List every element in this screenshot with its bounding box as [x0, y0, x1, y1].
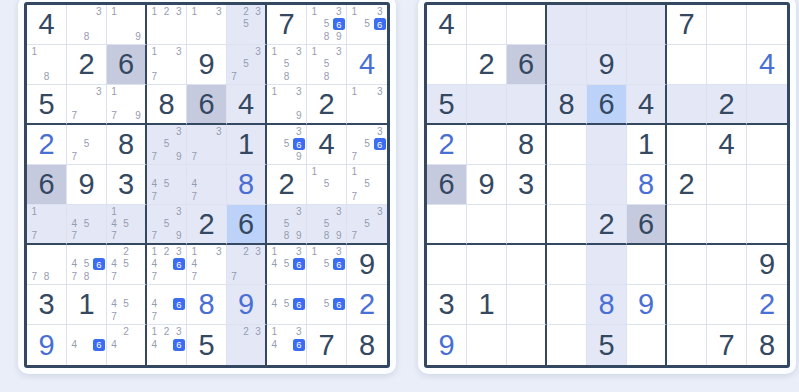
note-slot-empty — [293, 58, 305, 70]
cell-r9c7[interactable] — [667, 325, 707, 365]
user-digit: 9 — [438, 331, 454, 360]
cell-r2c2[interactable]: 2 — [467, 45, 507, 85]
note-slot-empty — [308, 178, 320, 190]
cell-r1c1[interactable]: 4 — [427, 5, 467, 45]
cell-r6c1[interactable] — [427, 205, 467, 245]
note-slot-empty — [160, 191, 172, 203]
note-slot-empty — [80, 230, 92, 242]
cell-r8c6[interactable]: 9 — [627, 285, 667, 325]
cell-r4c6[interactable]: 1 — [627, 125, 667, 165]
cell-r6c4[interactable]: 3579 — [147, 205, 187, 245]
pencil-notes: 15 — [308, 166, 345, 203]
cell-r1c3[interactable] — [507, 5, 547, 45]
note-slot-empty — [160, 18, 172, 30]
note-9: 9 — [293, 110, 305, 122]
cell-r4c3[interactable]: 8 — [107, 125, 147, 165]
note-slot-empty — [160, 258, 172, 270]
cell-r5c3[interactable]: 3 — [507, 165, 547, 205]
cell-r7c6[interactable]: 237 — [227, 245, 267, 285]
cell-r3c5[interactable]: 6 — [587, 85, 627, 125]
note-slot-empty — [213, 258, 225, 270]
cell-r1c6[interactable]: 235 — [227, 5, 267, 45]
cell-r7c7[interactable]: 13456 — [267, 245, 307, 285]
note-slot-empty — [200, 258, 212, 270]
note-slot-empty — [132, 98, 144, 110]
cell-r8c2[interactable]: 1 — [467, 285, 507, 325]
cell-r2c9[interactable]: 4 — [747, 45, 787, 85]
cell-r6c4[interactable] — [547, 205, 587, 245]
note-slot-empty — [132, 86, 144, 98]
cell-r2c4[interactable] — [547, 45, 587, 85]
note-slot-empty — [173, 191, 185, 203]
cell-r4c9[interactable] — [747, 125, 787, 165]
note-5: 5 — [320, 298, 332, 310]
cell-r6c2[interactable] — [467, 205, 507, 245]
cell-r2c1[interactable] — [427, 45, 467, 85]
note-1: 1 — [348, 86, 361, 98]
note-slot-empty — [68, 326, 80, 339]
note-2: 2 — [160, 326, 172, 339]
note-slot-empty — [228, 6, 240, 18]
cell-r3c1[interactable]: 5 — [427, 85, 467, 125]
cell-r5c3[interactable]: 3 — [107, 165, 147, 205]
cell-r6c5[interactable]: 2 — [587, 205, 627, 245]
note-3: 3 — [373, 86, 386, 98]
cell-r3c3[interactable] — [507, 85, 547, 125]
cell-r6c8[interactable]: 3589 — [307, 205, 347, 245]
cell-r9c6[interactable] — [627, 325, 667, 365]
cell-r1c2[interactable] — [467, 5, 507, 45]
cell-r4c5[interactable]: 37 — [187, 125, 227, 165]
pencil-notes: 235 — [228, 6, 264, 43]
cell-r5c2[interactable]: 9 — [467, 165, 507, 205]
note-slot-empty — [293, 351, 305, 364]
given-digit: 5 — [38, 90, 54, 119]
cell-r5c7[interactable]: 2 — [267, 165, 307, 205]
cell-r7c5[interactable]: 1347 — [187, 245, 227, 285]
note-slot-empty — [240, 31, 252, 43]
given-digit: 2 — [678, 170, 694, 199]
note-slot-empty — [120, 98, 132, 110]
cell-r5c4[interactable] — [547, 165, 587, 205]
note-4: 4 — [148, 258, 160, 270]
given-digit: 2 — [318, 90, 334, 119]
cell-r9c1[interactable]: 9 — [427, 325, 467, 365]
cell-r5c7[interactable]: 2 — [667, 165, 707, 205]
cell-r5c1[interactable]: 6 — [27, 165, 67, 205]
note-slot-empty — [93, 271, 105, 283]
cell-r3c8[interactable]: 2 — [307, 85, 347, 125]
note-3: 3 — [173, 126, 185, 138]
note-8: 8 — [80, 31, 92, 43]
cell-r8c5[interactable]: 8 — [587, 285, 627, 325]
note-slot-empty — [293, 218, 305, 230]
cell-r6c9[interactable]: 357 — [347, 205, 387, 245]
note-slot-empty — [280, 286, 292, 298]
cell-r7c1[interactable]: 78 — [27, 245, 67, 285]
cell-r3c2[interactable]: 37 — [67, 85, 107, 125]
cell-r3c6[interactable]: 4 — [627, 85, 667, 125]
given-digit: 5 — [438, 90, 454, 119]
cell-r4c8[interactable]: 4 — [307, 125, 347, 165]
cell-r8c2[interactable]: 1 — [67, 285, 107, 325]
pencil-notes: 17 — [28, 206, 65, 242]
cell-r9c5[interactable]: 5 — [187, 325, 227, 365]
cell-r6c6[interactable]: 6 — [627, 205, 667, 245]
note-slot-empty — [120, 110, 132, 122]
cell-r1c6[interactable] — [627, 5, 667, 45]
cell-r2c8[interactable]: 1358 — [307, 45, 347, 85]
note-slot-empty — [333, 218, 345, 230]
cell-r3c9[interactable] — [747, 85, 787, 125]
note-9: 9 — [132, 31, 144, 43]
note-slot-empty — [93, 351, 105, 364]
cell-r7c9[interactable]: 9 — [747, 245, 787, 285]
note-7: 7 — [148, 151, 160, 163]
note-1: 1 — [108, 206, 120, 218]
cell-r1c8[interactable]: 135689 — [307, 5, 347, 45]
note-slot-empty — [308, 218, 320, 230]
cell-r2c5[interactable]: 9 — [187, 45, 227, 85]
note-slot-empty — [148, 138, 160, 150]
note-5: 5 — [160, 178, 172, 190]
given-digit: 9 — [478, 170, 494, 199]
note-slot-empty — [53, 218, 65, 230]
cell-r6c5[interactable]: 2 — [187, 205, 227, 245]
note-slot-empty — [93, 326, 105, 339]
cell-r9c2[interactable] — [467, 325, 507, 365]
cell-r1c8[interactable] — [707, 5, 747, 45]
cell-r9c9[interactable]: 8 — [347, 325, 387, 365]
cell-r9c3[interactable]: 24 — [107, 325, 147, 365]
given-digit: 9 — [359, 250, 375, 279]
cell-r5c5[interactable]: 47 — [187, 165, 227, 205]
cell-r3c5[interactable]: 6 — [187, 85, 227, 125]
note-5: 5 — [361, 178, 374, 190]
cell-r2c4[interactable]: 137 — [147, 45, 187, 85]
note-slot-empty — [40, 58, 52, 70]
note-5: 5 — [320, 178, 332, 190]
cell-r4c7[interactable]: 3569 — [267, 125, 307, 165]
cell-r9c3[interactable] — [507, 325, 547, 365]
cell-r4c3[interactable]: 8 — [507, 125, 547, 165]
cell-r3c1[interactable]: 5 — [27, 85, 67, 125]
note-7: 7 — [148, 311, 160, 323]
note-slot-empty — [228, 31, 240, 43]
cell-r8c9[interactable]: 2 — [347, 285, 387, 325]
note-slot-empty — [188, 166, 200, 178]
note-slot-empty — [173, 71, 185, 83]
cell-r6c3[interactable] — [507, 205, 547, 245]
note-3: 3 — [333, 206, 345, 218]
note-slot-empty — [228, 326, 240, 339]
pencil-notes: 1346 — [268, 326, 305, 364]
cell-r3c7[interactable] — [667, 85, 707, 125]
note-1: 1 — [308, 166, 320, 178]
note-slot-empty — [268, 98, 280, 110]
given-digit: 2 — [198, 210, 214, 239]
note-1: 1 — [148, 246, 160, 258]
cell-r4c1[interactable]: 2 — [27, 125, 67, 165]
note-slot-empty — [361, 191, 374, 203]
pencil-notes: 123 — [148, 6, 185, 43]
note-5: 5 — [240, 58, 252, 70]
cell-r6c6[interactable]: 6 — [227, 205, 267, 245]
note-slot-empty — [93, 138, 105, 150]
note-slot-empty — [120, 206, 132, 218]
note-3: 3 — [213, 126, 225, 138]
given-digit: 6 — [438, 170, 454, 199]
note-5: 5 — [120, 298, 132, 310]
cell-r2c6[interactable]: 357 — [227, 45, 267, 85]
note-slot-empty — [148, 58, 160, 70]
cell-r9c7[interactable]: 1346 — [267, 325, 307, 365]
note-slot-empty — [361, 151, 374, 163]
cell-r7c7[interactable] — [667, 245, 707, 285]
cell-r2c1[interactable]: 18 — [27, 45, 67, 85]
cell-r5c5[interactable] — [587, 165, 627, 205]
cell-r7c2[interactable]: 45678 — [67, 245, 107, 285]
note-slot-empty — [173, 31, 185, 43]
note-slot-empty — [132, 206, 144, 218]
cell-r7c4[interactable]: 123467 — [147, 245, 187, 285]
given-digit: 6 — [518, 50, 534, 79]
note-slot-empty — [120, 6, 132, 18]
note-1: 1 — [148, 46, 160, 58]
cell-r7c8[interactable]: 1356 — [307, 245, 347, 285]
note-slot-empty — [148, 351, 160, 364]
cell-r1c1[interactable]: 4 — [27, 5, 67, 45]
cell-r1c9[interactable]: 1356 — [347, 5, 387, 45]
cell-r5c8[interactable] — [707, 165, 747, 205]
note-slot-empty — [252, 18, 264, 30]
note-slot-empty — [280, 311, 292, 323]
cell-r3c2[interactable] — [467, 85, 507, 125]
cell-r7c8[interactable] — [707, 245, 747, 285]
note-slot-empty — [132, 18, 144, 30]
cell-r9c4[interactable] — [547, 325, 587, 365]
cell-r1c7[interactable]: 7 — [667, 5, 707, 45]
cell-r1c4[interactable] — [547, 5, 587, 45]
cell-r5c9[interactable] — [747, 165, 787, 205]
note-9: 9 — [293, 230, 305, 242]
note-4: 4 — [268, 339, 280, 352]
given-digit: 5 — [198, 331, 214, 360]
cell-r8c3[interactable] — [507, 285, 547, 325]
note-slot-empty — [80, 206, 92, 218]
cell-r2c3[interactable]: 6 — [107, 45, 147, 85]
given-digit: 3 — [118, 170, 134, 199]
given-digit: 2 — [78, 50, 94, 79]
cell-r2c2[interactable]: 2 — [67, 45, 107, 85]
cell-r8c4[interactable] — [547, 285, 587, 325]
note-slot-empty — [68, 86, 80, 98]
note-8: 8 — [40, 271, 52, 283]
given-digit: 8 — [359, 331, 375, 360]
cell-r8c5[interactable]: 8 — [187, 285, 227, 325]
note-slot-empty — [53, 58, 65, 70]
cell-r5c2[interactable]: 9 — [67, 165, 107, 205]
cell-r3c4[interactable]: 8 — [547, 85, 587, 125]
cell-r9c8[interactable]: 7 — [307, 325, 347, 365]
cell-r6c8[interactable] — [707, 205, 747, 245]
cell-r3c9[interactable]: 13 — [347, 85, 387, 125]
cell-r9c2[interactable]: 46 — [67, 325, 107, 365]
cell-r2c3[interactable]: 6 — [507, 45, 547, 85]
cell-r4c9[interactable]: 3567 — [347, 125, 387, 165]
cell-r4c1[interactable]: 2 — [427, 125, 467, 165]
note-slot-empty — [93, 218, 105, 230]
cell-r3c3[interactable]: 179 — [107, 85, 147, 125]
cell-r6c3[interactable]: 1457 — [107, 205, 147, 245]
cell-r3c4[interactable]: 8 — [147, 85, 187, 125]
note-slot-empty — [148, 218, 160, 230]
cell-r3c8[interactable]: 2 — [707, 85, 747, 125]
note-slot-empty — [348, 138, 361, 150]
note-1: 1 — [148, 326, 160, 339]
note-slot-empty — [348, 218, 361, 230]
cell-r6c7[interactable] — [667, 205, 707, 245]
cell-r3c7[interactable]: 139 — [267, 85, 307, 125]
pencil-notes: 3589 — [308, 206, 345, 242]
cell-r8c8[interactable]: 56 — [307, 285, 347, 325]
given-digit: 1 — [478, 290, 494, 319]
note-5: 5 — [80, 138, 92, 150]
cell-r7c3[interactable]: 2457 — [107, 245, 147, 285]
cell-r5c1[interactable]: 6 — [427, 165, 467, 205]
pencil-notes: 457 — [148, 166, 185, 203]
user-digit: 9 — [638, 290, 654, 319]
pencil-notes: 3589 — [268, 206, 305, 242]
cell-r8c4[interactable]: 467 — [147, 285, 187, 325]
cell-r6c2[interactable]: 457 — [67, 205, 107, 245]
note-5: 5 — [361, 18, 374, 30]
note-slot-empty — [373, 31, 386, 43]
pencil-notes: 3579 — [148, 126, 185, 163]
cell-r9c4[interactable]: 12346 — [147, 325, 187, 365]
note-1: 1 — [188, 246, 200, 258]
cell-r1c9[interactable] — [747, 5, 787, 45]
note-3: 3 — [93, 86, 105, 98]
cell-r2c8[interactable] — [707, 45, 747, 85]
cell-r1c5[interactable]: 13 — [187, 5, 227, 45]
cell-r8c7[interactable]: 456 — [267, 285, 307, 325]
note-1: 1 — [108, 86, 120, 98]
cell-r6c9[interactable] — [747, 205, 787, 245]
note-slot-empty — [333, 191, 345, 203]
note-slot-empty — [333, 58, 345, 70]
cell-r2c6[interactable] — [627, 45, 667, 85]
cell-r8c1[interactable]: 3 — [427, 285, 467, 325]
cell-r4c4[interactable]: 3579 — [147, 125, 187, 165]
cell-r8c1[interactable]: 3 — [27, 285, 67, 325]
note-4: 4 — [268, 298, 280, 310]
cell-r8c9[interactable]: 2 — [747, 285, 787, 325]
note-8: 8 — [280, 71, 292, 83]
note-slot-empty — [373, 98, 386, 110]
cell-r7c6[interactable] — [627, 245, 667, 285]
note-slot-empty — [40, 46, 52, 58]
cell-r7c1[interactable] — [427, 245, 467, 285]
note-slot-empty — [308, 31, 320, 43]
note-slot-empty — [28, 246, 40, 258]
cell-r6c7[interactable]: 3589 — [267, 205, 307, 245]
cell-r5c9[interactable]: 157 — [347, 165, 387, 205]
cell-r6c1[interactable]: 17 — [27, 205, 67, 245]
cell-r7c4[interactable] — [547, 245, 587, 285]
cell-r3c6[interactable]: 4 — [227, 85, 267, 125]
cell-r5c4[interactable]: 457 — [147, 165, 187, 205]
pencil-notes: 78 — [28, 246, 65, 283]
note-4: 4 — [108, 258, 120, 270]
cell-r1c3[interactable]: 19 — [107, 5, 147, 45]
note-slot-empty — [173, 218, 185, 230]
cell-r7c2[interactable] — [467, 245, 507, 285]
cell-r4c6[interactable]: 1 — [227, 125, 267, 165]
cell-r1c2[interactable]: 38 — [67, 5, 107, 45]
cell-r9c1[interactable]: 9 — [27, 325, 67, 365]
cell-r4c2[interactable]: 57 — [67, 125, 107, 165]
cell-r7c3[interactable] — [507, 245, 547, 285]
cell-r2c7[interactable] — [667, 45, 707, 85]
cell-r1c5[interactable] — [587, 5, 627, 45]
cell-r2c9[interactable]: 4 — [347, 45, 387, 85]
note-4: 4 — [148, 339, 160, 352]
user-digit: 8 — [198, 290, 214, 319]
note-slot-empty — [308, 230, 320, 242]
note-slot-empty — [200, 166, 212, 178]
cell-r1c4[interactable]: 123 — [147, 5, 187, 45]
cell-r8c8[interactable] — [707, 285, 747, 325]
cell-r4c7[interactable] — [667, 125, 707, 165]
cell-r8c6[interactable]: 9 — [227, 285, 267, 325]
cell-r7c5[interactable] — [587, 245, 627, 285]
cell-r5c6[interactable]: 8 — [227, 165, 267, 205]
cell-r2c7[interactable]: 1358 — [267, 45, 307, 85]
cell-r4c5[interactable] — [587, 125, 627, 165]
note-slot-empty — [293, 71, 305, 83]
given-digit: 2 — [598, 210, 614, 239]
cell-r4c4[interactable] — [547, 125, 587, 165]
cell-r8c3[interactable]: 457 — [107, 285, 147, 325]
cell-r9c9[interactable]: 8 — [747, 325, 787, 365]
cell-r5c8[interactable]: 15 — [307, 165, 347, 205]
note-slot-empty — [213, 191, 225, 203]
note-slot-empty — [268, 351, 280, 364]
cell-r9c6[interactable]: 23 — [227, 325, 267, 365]
cell-r5c6[interactable]: 8 — [627, 165, 667, 205]
note-slot-empty — [252, 31, 264, 43]
pencil-notes: 139 — [268, 86, 305, 122]
cell-r9c5[interactable]: 5 — [587, 325, 627, 365]
note-2: 2 — [240, 246, 252, 258]
cell-r1c7[interactable]: 7 — [267, 5, 307, 45]
cell-r4c2[interactable] — [467, 125, 507, 165]
note-slot-empty — [120, 86, 132, 98]
note-slot-empty — [348, 31, 361, 43]
note-slot-empty — [93, 31, 105, 43]
cell-r2c5[interactable]: 9 — [587, 45, 627, 85]
cell-r7c9[interactable]: 9 — [347, 245, 387, 285]
note-7: 7 — [28, 271, 40, 283]
pencil-notes: 12346 — [148, 326, 185, 364]
note-1: 1 — [348, 166, 361, 178]
cell-r4c8[interactable]: 4 — [707, 125, 747, 165]
note-7: 7 — [68, 151, 80, 163]
cell-r8c7[interactable] — [667, 285, 707, 325]
cell-r9c8[interactable]: 7 — [707, 325, 747, 365]
pencil-notes: 457 — [108, 286, 144, 323]
